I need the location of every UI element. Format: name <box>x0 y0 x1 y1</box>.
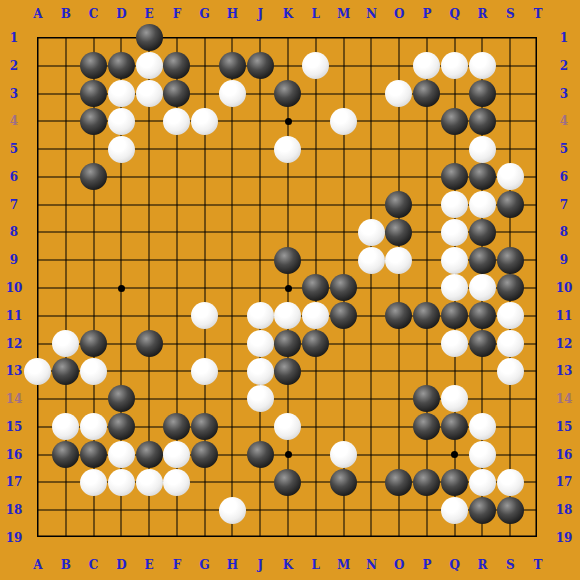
intersection-D11[interactable] <box>107 302 135 330</box>
intersection-H2[interactable] <box>218 52 246 80</box>
intersection-A8[interactable] <box>24 218 52 246</box>
intersection-F2[interactable] <box>163 52 191 80</box>
intersection-M1[interactable] <box>330 24 358 52</box>
intersection-N13[interactable] <box>357 357 385 385</box>
intersection-E10[interactable] <box>135 274 163 302</box>
intersection-N7[interactable] <box>357 191 385 219</box>
intersection-K8[interactable] <box>274 218 302 246</box>
intersection-D18[interactable] <box>107 496 135 524</box>
intersection-K5[interactable] <box>274 135 302 163</box>
intersection-G3[interactable] <box>191 80 219 108</box>
intersection-R16[interactable] <box>468 441 496 469</box>
intersection-E14[interactable] <box>135 385 163 413</box>
intersection-Q4[interactable] <box>441 107 469 135</box>
intersection-Q14[interactable] <box>441 385 469 413</box>
intersection-J5[interactable] <box>246 135 274 163</box>
intersection-G18[interactable] <box>191 496 219 524</box>
intersection-S15[interactable] <box>496 413 524 441</box>
intersection-E6[interactable] <box>135 163 163 191</box>
intersection-A2[interactable] <box>24 52 52 80</box>
intersection-T10[interactable] <box>524 274 552 302</box>
intersection-L19[interactable] <box>302 524 330 552</box>
intersection-J15[interactable] <box>246 413 274 441</box>
intersection-O13[interactable] <box>385 357 413 385</box>
intersection-K4[interactable] <box>274 107 302 135</box>
intersection-K19[interactable] <box>274 524 302 552</box>
intersection-K7[interactable] <box>274 191 302 219</box>
intersection-N5[interactable] <box>357 135 385 163</box>
intersection-E11[interactable] <box>135 302 163 330</box>
intersection-Q10[interactable] <box>441 274 469 302</box>
intersection-R2[interactable] <box>468 52 496 80</box>
intersection-O11[interactable] <box>385 302 413 330</box>
intersection-M8[interactable] <box>330 218 358 246</box>
intersection-D1[interactable] <box>107 24 135 52</box>
intersection-L6[interactable] <box>302 163 330 191</box>
intersection-P8[interactable] <box>413 218 441 246</box>
intersection-E17[interactable] <box>135 468 163 496</box>
intersection-A4[interactable] <box>24 107 52 135</box>
intersection-G9[interactable] <box>191 246 219 274</box>
intersection-J8[interactable] <box>246 218 274 246</box>
intersection-J3[interactable] <box>246 80 274 108</box>
intersection-A18[interactable] <box>24 496 52 524</box>
intersection-S4[interactable] <box>496 107 524 135</box>
intersection-Q7[interactable] <box>441 191 469 219</box>
intersection-L12[interactable] <box>302 330 330 358</box>
intersection-Q8[interactable] <box>441 218 469 246</box>
intersection-A1[interactable] <box>24 24 52 52</box>
intersection-K6[interactable] <box>274 163 302 191</box>
intersection-A11[interactable] <box>24 302 52 330</box>
intersection-S7[interactable] <box>496 191 524 219</box>
intersection-S3[interactable] <box>496 80 524 108</box>
intersection-O16[interactable] <box>385 441 413 469</box>
intersection-C2[interactable] <box>80 52 108 80</box>
intersection-E4[interactable] <box>135 107 163 135</box>
intersection-E15[interactable] <box>135 413 163 441</box>
intersection-N11[interactable] <box>357 302 385 330</box>
intersection-B17[interactable] <box>52 468 80 496</box>
intersection-S1[interactable] <box>496 24 524 52</box>
intersection-J19[interactable] <box>246 524 274 552</box>
intersection-H5[interactable] <box>218 135 246 163</box>
intersection-K2[interactable] <box>274 52 302 80</box>
intersection-F4[interactable] <box>163 107 191 135</box>
intersection-C12[interactable] <box>80 330 108 358</box>
intersection-D5[interactable] <box>107 135 135 163</box>
intersection-A9[interactable] <box>24 246 52 274</box>
intersection-K11[interactable] <box>274 302 302 330</box>
intersection-Q19[interactable] <box>441 524 469 552</box>
intersection-K18[interactable] <box>274 496 302 524</box>
intersection-P11[interactable] <box>413 302 441 330</box>
intersection-M19[interactable] <box>330 524 358 552</box>
intersection-D13[interactable] <box>107 357 135 385</box>
intersection-E9[interactable] <box>135 246 163 274</box>
intersection-O5[interactable] <box>385 135 413 163</box>
intersection-N14[interactable] <box>357 385 385 413</box>
intersection-D6[interactable] <box>107 163 135 191</box>
intersection-Q18[interactable] <box>441 496 469 524</box>
intersection-D17[interactable] <box>107 468 135 496</box>
intersection-M10[interactable] <box>330 274 358 302</box>
intersection-L5[interactable] <box>302 135 330 163</box>
intersection-E13[interactable] <box>135 357 163 385</box>
intersection-L3[interactable] <box>302 80 330 108</box>
intersection-S5[interactable] <box>496 135 524 163</box>
intersection-N2[interactable] <box>357 52 385 80</box>
intersection-B2[interactable] <box>52 52 80 80</box>
intersection-H16[interactable] <box>218 441 246 469</box>
intersection-R7[interactable] <box>468 191 496 219</box>
intersection-C15[interactable] <box>80 413 108 441</box>
intersection-T7[interactable] <box>524 191 552 219</box>
intersection-L17[interactable] <box>302 468 330 496</box>
intersection-T19[interactable] <box>524 524 552 552</box>
intersection-G2[interactable] <box>191 52 219 80</box>
intersection-N6[interactable] <box>357 163 385 191</box>
intersection-T11[interactable] <box>524 302 552 330</box>
intersection-S8[interactable] <box>496 218 524 246</box>
intersection-E8[interactable] <box>135 218 163 246</box>
intersection-F14[interactable] <box>163 385 191 413</box>
intersection-N17[interactable] <box>357 468 385 496</box>
intersection-M2[interactable] <box>330 52 358 80</box>
intersection-D8[interactable] <box>107 218 135 246</box>
intersection-M12[interactable] <box>330 330 358 358</box>
intersection-E12[interactable] <box>135 330 163 358</box>
intersection-A17[interactable] <box>24 468 52 496</box>
intersection-G13[interactable] <box>191 357 219 385</box>
intersection-S13[interactable] <box>496 357 524 385</box>
intersection-F6[interactable] <box>163 163 191 191</box>
intersection-F9[interactable] <box>163 246 191 274</box>
intersection-B19[interactable] <box>52 524 80 552</box>
intersection-L11[interactable] <box>302 302 330 330</box>
intersection-T2[interactable] <box>524 52 552 80</box>
intersection-T3[interactable] <box>524 80 552 108</box>
intersection-R15[interactable] <box>468 413 496 441</box>
intersection-E18[interactable] <box>135 496 163 524</box>
intersection-L10[interactable] <box>302 274 330 302</box>
intersection-C3[interactable] <box>80 80 108 108</box>
intersection-O9[interactable] <box>385 246 413 274</box>
intersection-L18[interactable] <box>302 496 330 524</box>
intersection-J10[interactable] <box>246 274 274 302</box>
intersection-O3[interactable] <box>385 80 413 108</box>
intersection-S14[interactable] <box>496 385 524 413</box>
intersection-L4[interactable] <box>302 107 330 135</box>
intersection-P4[interactable] <box>413 107 441 135</box>
intersection-J11[interactable] <box>246 302 274 330</box>
intersection-L2[interactable] <box>302 52 330 80</box>
intersection-D10[interactable] <box>107 274 135 302</box>
intersection-K12[interactable] <box>274 330 302 358</box>
intersection-Q1[interactable] <box>441 24 469 52</box>
intersection-G7[interactable] <box>191 191 219 219</box>
intersection-M4[interactable] <box>330 107 358 135</box>
intersection-J6[interactable] <box>246 163 274 191</box>
intersection-R19[interactable] <box>468 524 496 552</box>
intersection-B1[interactable] <box>52 24 80 52</box>
intersection-H4[interactable] <box>218 107 246 135</box>
intersection-B10[interactable] <box>52 274 80 302</box>
intersection-P6[interactable] <box>413 163 441 191</box>
intersection-C4[interactable] <box>80 107 108 135</box>
intersection-P17[interactable] <box>413 468 441 496</box>
intersection-F17[interactable] <box>163 468 191 496</box>
intersection-H18[interactable] <box>218 496 246 524</box>
intersection-R14[interactable] <box>468 385 496 413</box>
intersection-C11[interactable] <box>80 302 108 330</box>
intersection-K9[interactable] <box>274 246 302 274</box>
intersection-J13[interactable] <box>246 357 274 385</box>
intersection-D9[interactable] <box>107 246 135 274</box>
intersection-B18[interactable] <box>52 496 80 524</box>
intersection-Q6[interactable] <box>441 163 469 191</box>
intersection-B16[interactable] <box>52 441 80 469</box>
intersection-L9[interactable] <box>302 246 330 274</box>
intersection-B8[interactable] <box>52 218 80 246</box>
intersection-R18[interactable] <box>468 496 496 524</box>
intersection-B13[interactable] <box>52 357 80 385</box>
intersection-F19[interactable] <box>163 524 191 552</box>
intersection-T4[interactable] <box>524 107 552 135</box>
intersection-H12[interactable] <box>218 330 246 358</box>
intersection-F13[interactable] <box>163 357 191 385</box>
intersection-C1[interactable] <box>80 24 108 52</box>
intersection-H19[interactable] <box>218 524 246 552</box>
intersection-L8[interactable] <box>302 218 330 246</box>
intersection-K1[interactable] <box>274 24 302 52</box>
intersection-D4[interactable] <box>107 107 135 135</box>
intersection-D14[interactable] <box>107 385 135 413</box>
intersection-T14[interactable] <box>524 385 552 413</box>
intersection-C8[interactable] <box>80 218 108 246</box>
intersection-D2[interactable] <box>107 52 135 80</box>
intersection-R6[interactable] <box>468 163 496 191</box>
intersection-N3[interactable] <box>357 80 385 108</box>
intersection-R12[interactable] <box>468 330 496 358</box>
intersection-C17[interactable] <box>80 468 108 496</box>
intersection-Q12[interactable] <box>441 330 469 358</box>
intersection-P10[interactable] <box>413 274 441 302</box>
intersection-N19[interactable] <box>357 524 385 552</box>
intersection-K14[interactable] <box>274 385 302 413</box>
intersection-A14[interactable] <box>24 385 52 413</box>
intersection-H13[interactable] <box>218 357 246 385</box>
intersection-F18[interactable] <box>163 496 191 524</box>
intersection-L16[interactable] <box>302 441 330 469</box>
intersection-D16[interactable] <box>107 441 135 469</box>
intersection-S10[interactable] <box>496 274 524 302</box>
intersection-O18[interactable] <box>385 496 413 524</box>
intersection-T6[interactable] <box>524 163 552 191</box>
intersection-C10[interactable] <box>80 274 108 302</box>
intersection-R17[interactable] <box>468 468 496 496</box>
intersection-P3[interactable] <box>413 80 441 108</box>
intersection-O15[interactable] <box>385 413 413 441</box>
intersection-S2[interactable] <box>496 52 524 80</box>
intersection-H9[interactable] <box>218 246 246 274</box>
intersection-O17[interactable] <box>385 468 413 496</box>
intersection-P18[interactable] <box>413 496 441 524</box>
intersection-P12[interactable] <box>413 330 441 358</box>
intersection-N12[interactable] <box>357 330 385 358</box>
intersection-H7[interactable] <box>218 191 246 219</box>
intersection-A13[interactable] <box>24 357 52 385</box>
intersection-B11[interactable] <box>52 302 80 330</box>
intersection-C14[interactable] <box>80 385 108 413</box>
intersection-N15[interactable] <box>357 413 385 441</box>
intersection-M13[interactable] <box>330 357 358 385</box>
intersection-N1[interactable] <box>357 24 385 52</box>
intersection-S18[interactable] <box>496 496 524 524</box>
intersection-J17[interactable] <box>246 468 274 496</box>
intersection-N8[interactable] <box>357 218 385 246</box>
intersection-M5[interactable] <box>330 135 358 163</box>
intersection-S9[interactable] <box>496 246 524 274</box>
intersection-G5[interactable] <box>191 135 219 163</box>
intersection-B15[interactable] <box>52 413 80 441</box>
intersection-Q9[interactable] <box>441 246 469 274</box>
intersection-T16[interactable] <box>524 441 552 469</box>
intersection-B4[interactable] <box>52 107 80 135</box>
intersection-F12[interactable] <box>163 330 191 358</box>
intersection-J1[interactable] <box>246 24 274 52</box>
intersection-M11[interactable] <box>330 302 358 330</box>
intersection-P13[interactable] <box>413 357 441 385</box>
intersection-E16[interactable] <box>135 441 163 469</box>
intersection-C16[interactable] <box>80 441 108 469</box>
intersection-R5[interactable] <box>468 135 496 163</box>
intersection-C6[interactable] <box>80 163 108 191</box>
intersection-J7[interactable] <box>246 191 274 219</box>
intersection-D7[interactable] <box>107 191 135 219</box>
intersection-T18[interactable] <box>524 496 552 524</box>
intersection-G19[interactable] <box>191 524 219 552</box>
intersection-L14[interactable] <box>302 385 330 413</box>
intersection-H15[interactable] <box>218 413 246 441</box>
intersection-M14[interactable] <box>330 385 358 413</box>
intersection-A6[interactable] <box>24 163 52 191</box>
intersection-J4[interactable] <box>246 107 274 135</box>
intersection-G1[interactable] <box>191 24 219 52</box>
intersection-D3[interactable] <box>107 80 135 108</box>
intersection-J14[interactable] <box>246 385 274 413</box>
intersection-H8[interactable] <box>218 218 246 246</box>
intersection-O6[interactable] <box>385 163 413 191</box>
intersection-K3[interactable] <box>274 80 302 108</box>
intersection-R13[interactable] <box>468 357 496 385</box>
intersection-R1[interactable] <box>468 24 496 52</box>
intersection-B14[interactable] <box>52 385 80 413</box>
intersection-S6[interactable] <box>496 163 524 191</box>
intersection-E1[interactable] <box>135 24 163 52</box>
intersection-G11[interactable] <box>191 302 219 330</box>
intersection-H6[interactable] <box>218 163 246 191</box>
intersection-C5[interactable] <box>80 135 108 163</box>
intersection-T8[interactable] <box>524 218 552 246</box>
intersection-B9[interactable] <box>52 246 80 274</box>
intersection-M15[interactable] <box>330 413 358 441</box>
intersection-C9[interactable] <box>80 246 108 274</box>
intersection-J16[interactable] <box>246 441 274 469</box>
intersection-P5[interactable] <box>413 135 441 163</box>
intersection-L1[interactable] <box>302 24 330 52</box>
intersection-N18[interactable] <box>357 496 385 524</box>
intersection-O8[interactable] <box>385 218 413 246</box>
intersection-F8[interactable] <box>163 218 191 246</box>
intersection-M9[interactable] <box>330 246 358 274</box>
intersection-J9[interactable] <box>246 246 274 274</box>
intersection-H10[interactable] <box>218 274 246 302</box>
intersection-G15[interactable] <box>191 413 219 441</box>
intersection-S16[interactable] <box>496 441 524 469</box>
intersection-A3[interactable] <box>24 80 52 108</box>
intersection-K16[interactable] <box>274 441 302 469</box>
intersection-E19[interactable] <box>135 524 163 552</box>
intersection-O14[interactable] <box>385 385 413 413</box>
intersection-F11[interactable] <box>163 302 191 330</box>
intersection-Q5[interactable] <box>441 135 469 163</box>
intersection-O2[interactable] <box>385 52 413 80</box>
intersection-G8[interactable] <box>191 218 219 246</box>
intersection-S19[interactable] <box>496 524 524 552</box>
intersection-T17[interactable] <box>524 468 552 496</box>
intersection-R10[interactable] <box>468 274 496 302</box>
intersection-T12[interactable] <box>524 330 552 358</box>
intersection-F15[interactable] <box>163 413 191 441</box>
intersection-Q2[interactable] <box>441 52 469 80</box>
intersection-D15[interactable] <box>107 413 135 441</box>
intersection-K15[interactable] <box>274 413 302 441</box>
intersection-F7[interactable] <box>163 191 191 219</box>
intersection-A19[interactable] <box>24 524 52 552</box>
intersection-Q15[interactable] <box>441 413 469 441</box>
intersection-Q13[interactable] <box>441 357 469 385</box>
intersection-F3[interactable] <box>163 80 191 108</box>
intersection-T9[interactable] <box>524 246 552 274</box>
intersection-R11[interactable] <box>468 302 496 330</box>
intersection-R8[interactable] <box>468 218 496 246</box>
intersection-P15[interactable] <box>413 413 441 441</box>
intersection-D19[interactable] <box>107 524 135 552</box>
intersection-R3[interactable] <box>468 80 496 108</box>
intersection-Q3[interactable] <box>441 80 469 108</box>
intersection-A7[interactable] <box>24 191 52 219</box>
intersection-M16[interactable] <box>330 441 358 469</box>
intersection-C7[interactable] <box>80 191 108 219</box>
intersection-M17[interactable] <box>330 468 358 496</box>
intersection-D12[interactable] <box>107 330 135 358</box>
intersection-E2[interactable] <box>135 52 163 80</box>
intersection-N16[interactable] <box>357 441 385 469</box>
intersection-T1[interactable] <box>524 24 552 52</box>
intersection-C18[interactable] <box>80 496 108 524</box>
intersection-J2[interactable] <box>246 52 274 80</box>
intersection-K13[interactable] <box>274 357 302 385</box>
intersection-P16[interactable] <box>413 441 441 469</box>
intersection-K10[interactable] <box>274 274 302 302</box>
intersection-B6[interactable] <box>52 163 80 191</box>
intersection-C13[interactable] <box>80 357 108 385</box>
intersection-H3[interactable] <box>218 80 246 108</box>
intersection-A15[interactable] <box>24 413 52 441</box>
intersection-B12[interactable] <box>52 330 80 358</box>
intersection-H17[interactable] <box>218 468 246 496</box>
